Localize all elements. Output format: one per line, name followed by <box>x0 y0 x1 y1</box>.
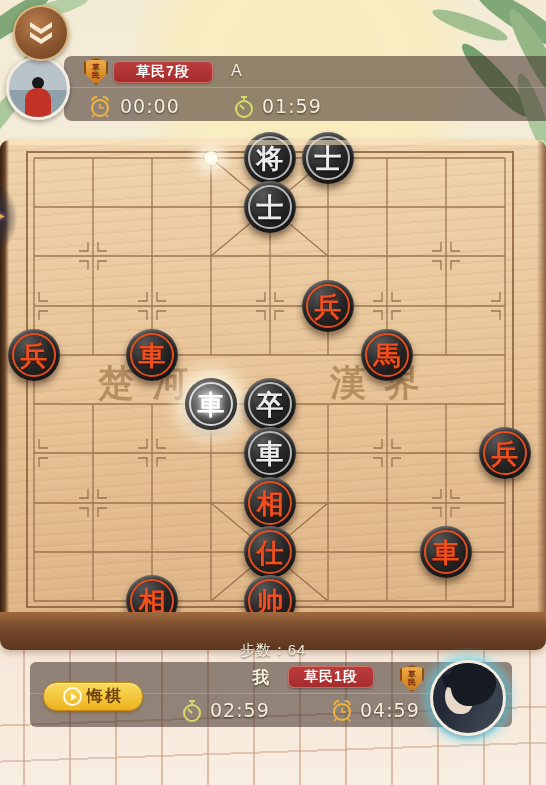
piece-車-black[interactable]: 車 <box>185 378 237 430</box>
piece-glyph: 車 <box>139 342 166 369</box>
move-counter: 步数：64 <box>173 641 373 660</box>
stopwatch-icon <box>232 95 256 119</box>
piece-兵-red[interactable]: 兵 <box>479 427 531 479</box>
piece-glyph: 車 <box>433 539 460 566</box>
my-move-clock: 02:59 <box>210 699 270 721</box>
collapse-button[interactable] <box>13 5 69 61</box>
my-avatar[interactable] <box>430 660 506 736</box>
panel-divider <box>64 87 546 88</box>
piece-車-red[interactable]: 車 <box>126 329 178 381</box>
arrow-right-icon: ▶ <box>0 210 5 221</box>
board-edge-right <box>537 140 546 612</box>
double-chevron-down-icon <box>23 20 59 47</box>
opponent-move-clock: 01:59 <box>262 95 322 117</box>
undo-move-button[interactable]: 悔棋 <box>43 682 143 711</box>
piece-glyph: 兵 <box>492 440 519 467</box>
piece-glyph: 兵 <box>21 342 48 369</box>
alarm-clock-icon <box>88 95 112 119</box>
piece-glyph: 卒 <box>257 391 284 418</box>
xiangqi-board[interactable]: 楚河 漢界 将士士兵兵車馬車卒車兵相仕車相帅 <box>0 140 546 650</box>
opponent-total-clock: 00:00 <box>120 95 180 117</box>
piece-馬-red[interactable]: 馬 <box>361 329 413 381</box>
piece-glyph: 士 <box>257 194 284 221</box>
piece-glyph: 兵 <box>315 293 342 320</box>
piece-車-black[interactable]: 車 <box>244 427 296 479</box>
piece-glyph: 馬 <box>374 342 401 369</box>
me-label: 我 <box>252 666 269 689</box>
move-counter-value: 64 <box>288 641 307 658</box>
piece-士-black[interactable]: 士 <box>244 181 296 233</box>
piece-兵-red[interactable]: 兵 <box>302 280 354 332</box>
piece-glyph: 車 <box>257 440 284 467</box>
alarm-clock-icon <box>330 699 354 723</box>
board-top-rim <box>0 140 546 145</box>
piece-仕-red[interactable]: 仕 <box>244 526 296 578</box>
shield-label: 草民 <box>91 64 101 80</box>
piece-相-red[interactable]: 相 <box>244 477 296 529</box>
piece-卒-black[interactable]: 卒 <box>244 378 296 430</box>
piece-glyph: 相 <box>257 490 284 517</box>
piece-glyph: 仕 <box>257 539 284 566</box>
stopwatch-icon <box>180 699 204 723</box>
piece-glyph: 将 <box>257 145 284 172</box>
shield-label: 草民 <box>407 671 417 687</box>
piece-glyph: 車 <box>198 391 225 418</box>
undo-icon <box>63 687 82 706</box>
piece-兵-red[interactable]: 兵 <box>8 329 60 381</box>
app-screen: 楚河 漢界 将士士兵兵車馬車卒車兵相仕車相帅 步数：64 草民 草民7段 A 0… <box>0 0 546 785</box>
piece-glyph: 士 <box>315 145 342 172</box>
opponent-name-badge: 草民7段 <box>113 61 213 83</box>
undo-label: 悔棋 <box>87 686 123 707</box>
opponent-avatar[interactable] <box>6 56 70 120</box>
my-name-badge: 草民1段 <box>288 666 374 688</box>
my-total-clock: 04:59 <box>360 699 420 721</box>
move-counter-label: 步数： <box>240 641 288 658</box>
piece-車-red[interactable]: 車 <box>420 526 472 578</box>
opponent-note: A <box>231 62 242 80</box>
piece-glyph: 相 <box>139 588 166 615</box>
avatar-figure-body <box>25 88 51 118</box>
last-move-origin-marker <box>203 150 219 166</box>
piece-glyph: 帅 <box>257 588 284 615</box>
